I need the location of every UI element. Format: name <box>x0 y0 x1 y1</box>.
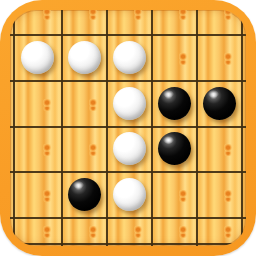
cell-D6[interactable] <box>152 218 197 244</box>
cell-E4[interactable] <box>197 127 242 173</box>
stone-white-C4 <box>113 132 146 165</box>
cell-B4[interactable] <box>62 127 107 173</box>
cell-C1[interactable] <box>107 10 152 35</box>
cell-E6[interactable] <box>197 218 242 244</box>
cell-A4[interactable] <box>14 127 62 173</box>
cell-C6[interactable] <box>107 218 152 244</box>
cell-F3[interactable] <box>242 81 247 127</box>
stone-white-A2 <box>21 41 54 74</box>
cell-F4[interactable] <box>242 127 247 173</box>
cell-D5[interactable] <box>152 172 197 218</box>
cell-E2[interactable] <box>197 35 242 81</box>
stone-white-C5 <box>113 178 146 211</box>
stone-black-D3 <box>158 87 191 120</box>
gomoku-board[interactable] <box>10 10 246 246</box>
cell-D1[interactable] <box>152 10 197 35</box>
cell-B6[interactable] <box>62 218 107 244</box>
cell-F5[interactable] <box>242 172 247 218</box>
stone-white-C3 <box>113 87 146 120</box>
cell-A5[interactable] <box>14 172 62 218</box>
gomoku-app-icon <box>0 0 256 256</box>
cell-E1[interactable] <box>197 10 242 35</box>
cell-A1[interactable] <box>14 10 62 35</box>
cell-A3[interactable] <box>14 81 62 127</box>
stone-black-B5 <box>68 178 101 211</box>
cell-E5[interactable] <box>197 172 242 218</box>
stone-black-D4 <box>158 132 191 165</box>
stone-white-B2 <box>68 41 101 74</box>
cell-B1[interactable] <box>62 10 107 35</box>
stone-black-E3 <box>203 87 236 120</box>
cell-A6[interactable] <box>14 218 62 244</box>
cell-D2[interactable] <box>152 35 197 81</box>
cell-F2[interactable] <box>242 35 247 81</box>
stone-white-C2 <box>113 41 146 74</box>
cell-B3[interactable] <box>62 81 107 127</box>
